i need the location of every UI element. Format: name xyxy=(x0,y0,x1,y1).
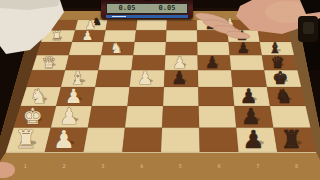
square-h5 xyxy=(161,128,200,152)
rim-label-1: 1 xyxy=(24,163,27,169)
rim-label-6: 6 xyxy=(218,163,221,169)
square-f4 xyxy=(128,87,165,106)
clock-buttons xyxy=(113,0,181,1)
black-pawn-c7: ♟ xyxy=(237,40,250,56)
square-h6 xyxy=(199,128,238,152)
white-rook-h1: ♜ xyxy=(15,125,37,154)
square-f6 xyxy=(198,87,234,106)
square-h4 xyxy=(122,128,162,152)
clock-display: 0.05 0.05 xyxy=(106,3,188,14)
square-g4 xyxy=(125,106,163,128)
square-f5 xyxy=(163,87,199,106)
square-c4 xyxy=(133,42,166,55)
black-pawn-d6: ♟ xyxy=(205,53,219,72)
white-rook-b1: ♜ xyxy=(51,28,62,43)
square-h3 xyxy=(84,128,126,152)
square-e6 xyxy=(198,70,233,87)
clock-left-time: 0.05 xyxy=(119,5,136,12)
clock-right-time: 0.05 xyxy=(159,5,176,12)
square-f3 xyxy=(92,87,130,106)
clock-brand-strip xyxy=(106,15,188,18)
rim-label-5: 5 xyxy=(179,163,182,169)
rim-label-2: 2 xyxy=(63,163,66,169)
black-knight-f8: ♞ xyxy=(275,85,293,108)
square-g5 xyxy=(162,106,199,128)
square-a3 xyxy=(106,20,138,30)
square-g3 xyxy=(88,106,128,128)
black-pawn-h7: ♟ xyxy=(242,125,264,154)
square-b5 xyxy=(166,30,197,42)
square-a5 xyxy=(167,20,198,30)
square-b4 xyxy=(135,30,167,42)
rim-label-4: 4 xyxy=(140,163,143,169)
chess-board-scene: 12345678♟♟♜♜♟♟♞♟♝♛♟♟♛♝♟♟♚♞♟♟♞♚♟♟♜♟♟♜♞♝♟ xyxy=(0,0,320,180)
white-pawn-e4: ♟ xyxy=(137,68,153,88)
square-g6 xyxy=(199,106,237,128)
rim-label-7: 7 xyxy=(256,163,259,169)
rim-label-8: 8 xyxy=(295,163,298,169)
black-rook-h8: ♜ xyxy=(280,125,302,154)
game-clock: 0.05 0.05 xyxy=(101,0,193,19)
video-frame: 12345678♟♟♜♜♟♟♞♟♝♛♟♟♛♝♟♟♚♞♟♟♞♚♟♟♜♟♟♜♞♝♟ … xyxy=(0,0,320,180)
captured-black-knight: ♞ xyxy=(93,16,102,27)
square-d3 xyxy=(98,55,133,70)
white-pawn-h2: ♟ xyxy=(53,125,75,154)
white-knight-c3: ♞ xyxy=(110,40,123,56)
black-pawn-e5: ♟ xyxy=(171,68,187,88)
white-pawn-b2: ♟ xyxy=(82,28,93,43)
square-d7 xyxy=(230,55,265,70)
square-e3 xyxy=(95,70,131,87)
rim-label-3: 3 xyxy=(101,163,104,169)
square-c2 xyxy=(69,42,104,55)
square-a4 xyxy=(136,20,167,30)
white-queen-d1: ♛ xyxy=(42,53,56,72)
